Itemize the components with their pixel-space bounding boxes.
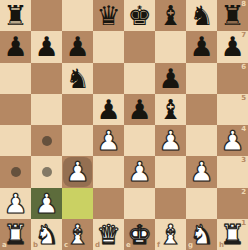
square-a4[interactable]: [0, 125, 31, 156]
square-e8[interactable]: ♚: [124, 0, 155, 31]
white-pawn-icon[interactable]: ♟: [155, 125, 186, 156]
square-a1[interactable]: ♜a: [0, 219, 31, 250]
square-c7[interactable]: ♟: [62, 31, 93, 62]
square-d1[interactable]: ♛d: [93, 219, 124, 250]
move-hint-dot: [42, 167, 52, 177]
square-a8[interactable]: ♜: [0, 0, 31, 31]
square-f3[interactable]: [155, 156, 186, 187]
square-a2[interactable]: ♟: [0, 188, 31, 219]
square-h7[interactable]: ♟7: [217, 31, 248, 62]
square-h4[interactable]: ♟4: [217, 125, 248, 156]
black-pawn-icon[interactable]: ♟: [31, 31, 62, 62]
white-pawn-icon[interactable]: ♟: [124, 156, 155, 187]
black-bishop-icon[interactable]: ♝: [155, 94, 186, 125]
chess-board[interactable]: ♜♛♚♝♞♜8♟♟♟♟♟7♞♟6♟♟♝5♟♟♟4♟♟♟3♟♟2♜a♞b♝c♛d♚…: [0, 0, 248, 250]
white-pawn-icon[interactable]: ♟: [62, 156, 93, 187]
black-pawn-icon[interactable]: ♟: [124, 94, 155, 125]
white-king-icon[interactable]: ♚: [124, 219, 155, 250]
square-e3[interactable]: ♟: [124, 156, 155, 187]
square-f2[interactable]: [155, 188, 186, 219]
square-h1[interactable]: ♜h1: [217, 219, 248, 250]
white-pawn-icon[interactable]: ♟: [31, 188, 62, 219]
square-a6[interactable]: [0, 63, 31, 94]
square-d5[interactable]: ♟: [93, 94, 124, 125]
square-g7[interactable]: ♟: [186, 31, 217, 62]
square-g2[interactable]: [186, 188, 217, 219]
square-f5[interactable]: ♝: [155, 94, 186, 125]
square-c1[interactable]: ♝c: [62, 219, 93, 250]
black-king-icon[interactable]: ♚: [124, 0, 155, 31]
square-c4[interactable]: [62, 125, 93, 156]
white-pawn-icon[interactable]: ♟: [186, 156, 217, 187]
square-e4[interactable]: [124, 125, 155, 156]
move-hint-dot: [11, 167, 21, 177]
square-b2[interactable]: ♟: [31, 188, 62, 219]
rank-label-5: 5: [241, 95, 246, 102]
square-d3[interactable]: [93, 156, 124, 187]
square-a5[interactable]: [0, 94, 31, 125]
square-b7[interactable]: ♟: [31, 31, 62, 62]
rank-label-2: 2: [241, 189, 246, 196]
white-bishop-icon[interactable]: ♝: [155, 219, 186, 250]
square-c6[interactable]: ♞: [62, 63, 93, 94]
square-c5[interactable]: [62, 94, 93, 125]
black-bishop-icon[interactable]: ♝: [155, 0, 186, 31]
white-queen-icon[interactable]: ♛: [93, 219, 124, 250]
white-pawn-icon[interactable]: ♟: [217, 125, 248, 156]
square-b1[interactable]: ♞b: [31, 219, 62, 250]
black-knight-icon[interactable]: ♞: [62, 63, 93, 94]
square-h3[interactable]: 3: [217, 156, 248, 187]
square-g4[interactable]: [186, 125, 217, 156]
black-pawn-icon[interactable]: ♟: [0, 31, 31, 62]
square-e5[interactable]: ♟: [124, 94, 155, 125]
square-c3[interactable]: ♟: [62, 156, 93, 187]
square-d4[interactable]: ♟: [93, 125, 124, 156]
square-f6[interactable]: ♟: [155, 63, 186, 94]
square-h5[interactable]: 5: [217, 94, 248, 125]
rank-label-6: 6: [241, 64, 246, 71]
white-pawn-icon[interactable]: ♟: [0, 188, 31, 219]
black-pawn-icon[interactable]: ♟: [155, 63, 186, 94]
square-d6[interactable]: [93, 63, 124, 94]
square-g3[interactable]: ♟: [186, 156, 217, 187]
black-rook-icon[interactable]: ♜: [0, 0, 31, 31]
last-move-green-highlight: [62, 188, 93, 219]
black-pawn-icon[interactable]: ♟: [217, 31, 248, 62]
move-hint-dot: [42, 136, 52, 146]
black-knight-icon[interactable]: ♞: [186, 0, 217, 31]
rank-label-3: 3: [241, 157, 246, 164]
square-d2[interactable]: [93, 188, 124, 219]
white-pawn-icon[interactable]: ♟: [93, 125, 124, 156]
square-h2[interactable]: 2: [217, 188, 248, 219]
square-f7[interactable]: [155, 31, 186, 62]
square-b5[interactable]: [31, 94, 62, 125]
square-e6[interactable]: [124, 63, 155, 94]
square-e1[interactable]: ♚e: [124, 219, 155, 250]
white-rook-icon[interactable]: ♜: [0, 219, 31, 250]
square-b3[interactable]: [31, 156, 62, 187]
black-pawn-icon[interactable]: ♟: [62, 31, 93, 62]
square-g5[interactable]: [186, 94, 217, 125]
square-a7[interactable]: ♟: [0, 31, 31, 62]
square-b8[interactable]: [31, 0, 62, 31]
white-bishop-icon[interactable]: ♝: [62, 219, 93, 250]
square-b4[interactable]: [31, 125, 62, 156]
black-pawn-icon[interactable]: ♟: [186, 31, 217, 62]
square-c2[interactable]: [62, 188, 93, 219]
square-c8[interactable]: [62, 0, 93, 31]
square-b6[interactable]: [31, 63, 62, 94]
square-f8[interactable]: ♝: [155, 0, 186, 31]
square-h6[interactable]: 6: [217, 63, 248, 94]
square-e2[interactable]: [124, 188, 155, 219]
white-knight-icon[interactable]: ♞: [186, 219, 217, 250]
square-f1[interactable]: ♝f: [155, 219, 186, 250]
square-a3[interactable]: [0, 156, 31, 187]
square-g8[interactable]: ♞: [186, 0, 217, 31]
white-rook-icon[interactable]: ♜: [217, 219, 248, 250]
square-g6[interactable]: [186, 63, 217, 94]
black-rook-icon[interactable]: ♜: [217, 0, 248, 31]
black-queen-icon[interactable]: ♛: [93, 0, 124, 31]
square-d8[interactable]: ♛: [93, 0, 124, 31]
square-d7[interactable]: [93, 31, 124, 62]
square-e7[interactable]: [124, 31, 155, 62]
square-g1[interactable]: ♞g: [186, 219, 217, 250]
white-knight-icon[interactable]: ♞: [31, 219, 62, 250]
square-h8[interactable]: ♜8: [217, 0, 248, 31]
black-pawn-icon[interactable]: ♟: [93, 94, 124, 125]
square-f4[interactable]: ♟: [155, 125, 186, 156]
